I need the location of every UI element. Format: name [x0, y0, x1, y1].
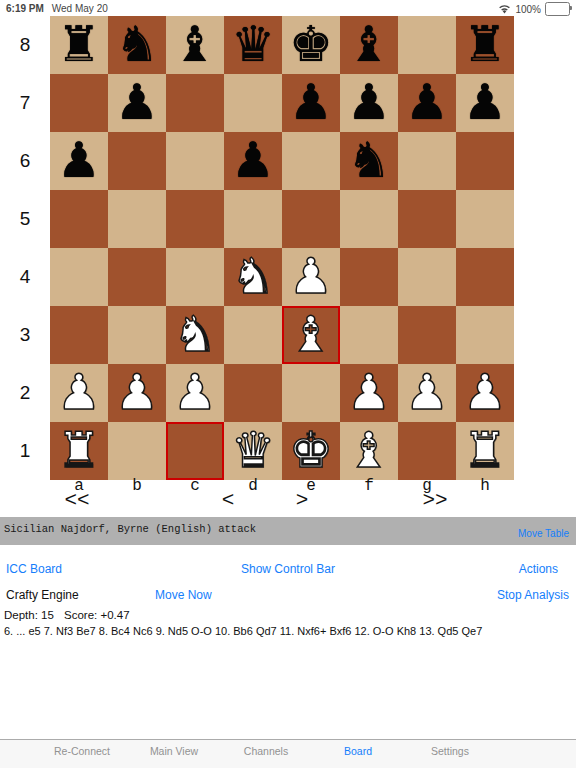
- depth-label: Depth: 15: [4, 609, 54, 621]
- square-g8[interactable]: [398, 16, 456, 74]
- black-knight-b8: ♞: [115, 16, 159, 74]
- square-e6[interactable]: [282, 132, 340, 190]
- square-g7[interactable]: ♟: [398, 74, 456, 132]
- white-pawn-f2: ♟: [347, 364, 391, 422]
- square-a1[interactable]: ♜: [50, 422, 108, 480]
- square-c7[interactable]: [166, 74, 224, 132]
- tab-board[interactable]: Board: [312, 745, 404, 757]
- last-move-button[interactable]: >>: [422, 492, 447, 509]
- status-time-date: 6:19 PMWed May 20: [6, 3, 108, 14]
- square-b7[interactable]: ♟: [108, 74, 166, 132]
- rank-label-4: 4: [0, 248, 50, 306]
- square-f8[interactable]: ♝: [340, 16, 398, 74]
- tab-re-connect[interactable]: Re-Connect: [36, 745, 128, 757]
- square-e2[interactable]: [282, 364, 340, 422]
- square-g3[interactable]: [398, 306, 456, 364]
- black-rook-a8: ♜: [57, 16, 101, 74]
- white-knight-d4: ♞: [231, 248, 275, 306]
- engine-name-label: Crafty Engine: [6, 588, 79, 602]
- square-d2[interactable]: [224, 364, 282, 422]
- rank-label-7: 7: [0, 74, 50, 132]
- square-b6[interactable]: [108, 132, 166, 190]
- chess-app-screen: 6:19 PMWed May 20 100% 87654321 ♜♞♝♛♚♝♜♟…: [0, 0, 576, 768]
- first-move-button[interactable]: <<: [64, 492, 89, 509]
- square-f2[interactable]: ♟: [340, 364, 398, 422]
- rank-label-2: 2: [0, 364, 50, 422]
- square-a2[interactable]: ♟: [50, 364, 108, 422]
- square-c5[interactable]: [166, 190, 224, 248]
- square-d6[interactable]: ♟: [224, 132, 282, 190]
- white-pawn-h2: ♟: [463, 364, 507, 422]
- square-h1[interactable]: ♜: [456, 422, 514, 480]
- square-a4[interactable]: [50, 248, 108, 306]
- white-queen-d1: ♛: [231, 422, 275, 480]
- square-b1[interactable]: [108, 422, 166, 480]
- white-bishop-e3: ♝: [289, 306, 333, 364]
- white-pawn-b2: ♟: [115, 364, 159, 422]
- clock-date: Wed May 20: [52, 3, 108, 14]
- square-e8[interactable]: ♚: [282, 16, 340, 74]
- white-pawn-c2: ♟: [173, 364, 217, 422]
- square-h2[interactable]: ♟: [456, 364, 514, 422]
- white-rook-h1: ♜: [463, 422, 507, 480]
- tab-bar: Re-ConnectMain ViewChannelsBoardSettings: [0, 739, 576, 768]
- white-pawn-a2: ♟: [57, 364, 101, 422]
- square-e1[interactable]: ♚: [282, 422, 340, 480]
- square-a7[interactable]: [50, 74, 108, 132]
- move-now-button[interactable]: Move Now: [155, 588, 212, 602]
- status-bar: 6:19 PMWed May 20 100%: [0, 0, 576, 16]
- square-b8[interactable]: ♞: [108, 16, 166, 74]
- square-d7[interactable]: [224, 74, 282, 132]
- move-navigation: << < > >>: [0, 492, 576, 510]
- square-h5[interactable]: [456, 190, 514, 248]
- square-f1[interactable]: ♝: [340, 422, 398, 480]
- white-pawn-g2: ♟: [405, 364, 449, 422]
- square-a6[interactable]: ♟: [50, 132, 108, 190]
- opening-name-label: Sicilian Najdorf, Byrne (English) attack: [4, 523, 256, 535]
- square-f4[interactable]: [340, 248, 398, 306]
- tab-channels[interactable]: Channels: [220, 745, 312, 757]
- square-f5[interactable]: [340, 190, 398, 248]
- square-d1[interactable]: ♛: [224, 422, 282, 480]
- black-bishop-c8: ♝: [173, 16, 217, 74]
- previous-move-button[interactable]: <: [222, 492, 235, 509]
- square-c4[interactable]: [166, 248, 224, 306]
- square-h7[interactable]: ♟: [456, 74, 514, 132]
- square-e7[interactable]: ♟: [282, 74, 340, 132]
- rank-label-1: 1: [0, 422, 50, 480]
- black-pawn-b7: ♟: [115, 74, 159, 132]
- tab-items: Re-ConnectMain ViewChannelsBoardSettings: [36, 745, 496, 757]
- white-rook-a1: ♜: [57, 422, 101, 480]
- black-pawn-h7: ♟: [463, 74, 507, 132]
- black-pawn-d6: ♟: [231, 132, 275, 190]
- square-e3[interactable]: ♝: [282, 306, 340, 364]
- black-pawn-f7: ♟: [347, 74, 391, 132]
- rank-label-8: 8: [0, 16, 50, 74]
- square-b2[interactable]: ♟: [108, 364, 166, 422]
- square-f7[interactable]: ♟: [340, 74, 398, 132]
- rank-labels: 87654321: [0, 16, 50, 480]
- square-b4[interactable]: [108, 248, 166, 306]
- square-c6[interactable]: [166, 132, 224, 190]
- square-a8[interactable]: ♜: [50, 16, 108, 74]
- square-h6[interactable]: [456, 132, 514, 190]
- black-king-e8: ♚: [289, 16, 333, 74]
- black-queen-d8: ♛: [231, 16, 275, 74]
- square-c3[interactable]: ♞: [166, 306, 224, 364]
- analysis-line: 6. ... e5 7. Nf3 Be7 8. Bc4 Nc6 9. Nd5 O…: [4, 625, 572, 637]
- stop-analysis-button[interactable]: Stop Analysis: [497, 588, 569, 602]
- square-h8[interactable]: ♜: [456, 16, 514, 74]
- chess-board: ♜♞♝♛♚♝♜♟♟♟♟♟♟♟♞♞♟♞♝♟♟♟♟♟♟♜♛♚♝♜: [50, 16, 514, 480]
- black-pawn-g7: ♟: [405, 74, 449, 132]
- wifi-icon: [498, 4, 511, 14]
- rank-label-3: 3: [0, 306, 50, 364]
- square-d3[interactable]: [224, 306, 282, 364]
- rank-label-6: 6: [0, 132, 50, 190]
- black-knight-f6: ♞: [347, 132, 391, 190]
- square-a3[interactable]: [50, 306, 108, 364]
- square-g5[interactable]: [398, 190, 456, 248]
- white-bishop-f1: ♝: [347, 422, 391, 480]
- show-control-bar-button[interactable]: Show Control Bar: [0, 562, 576, 576]
- black-pawn-e7: ♟: [289, 74, 333, 132]
- square-g4[interactable]: [398, 248, 456, 306]
- opening-bar: Sicilian Najdorf, Byrne (English) attack…: [0, 517, 576, 545]
- score-label: Score: +0.47: [64, 609, 130, 621]
- black-bishop-f8: ♝: [347, 16, 391, 74]
- engine-controls-row: Crafty Engine Move Now Stop Analysis: [0, 588, 576, 604]
- square-g2[interactable]: ♟: [398, 364, 456, 422]
- square-d5[interactable]: [224, 190, 282, 248]
- square-b5[interactable]: [108, 190, 166, 248]
- white-pawn-e4: ♟: [289, 248, 333, 306]
- square-c2[interactable]: ♟: [166, 364, 224, 422]
- battery-percent-label: 100%: [515, 4, 541, 15]
- tab-main-view[interactable]: Main View: [128, 745, 220, 757]
- square-c8[interactable]: ♝: [166, 16, 224, 74]
- tab-settings[interactable]: Settings: [404, 745, 496, 757]
- square-h4[interactable]: [456, 248, 514, 306]
- rank-label-5: 5: [0, 190, 50, 248]
- actions-button[interactable]: Actions: [519, 562, 558, 576]
- white-king-e1: ♚: [289, 422, 333, 480]
- square-d4[interactable]: ♞: [224, 248, 282, 306]
- square-e4[interactable]: ♟: [282, 248, 340, 306]
- square-a5[interactable]: [50, 190, 108, 248]
- square-g1[interactable]: [398, 422, 456, 480]
- square-d8[interactable]: ♛: [224, 16, 282, 74]
- battery-full-icon: [545, 2, 570, 16]
- black-pawn-a6: ♟: [57, 132, 101, 190]
- square-g6[interactable]: [398, 132, 456, 190]
- square-b3[interactable]: [108, 306, 166, 364]
- square-e5[interactable]: [282, 190, 340, 248]
- white-knight-c3: ♞: [173, 306, 217, 364]
- move-table-button[interactable]: Move Table: [518, 528, 569, 539]
- clock-time: 6:19 PM: [6, 3, 44, 14]
- board-controls-row: ICC Board Show Control Bar Actions: [0, 562, 576, 578]
- next-move-button[interactable]: >: [296, 492, 309, 509]
- square-f6[interactable]: ♞: [340, 132, 398, 190]
- black-rook-h8: ♜: [463, 16, 507, 74]
- square-h3[interactable]: [456, 306, 514, 364]
- square-c1[interactable]: [166, 422, 224, 480]
- status-indicators: 100%: [498, 2, 570, 16]
- square-f3[interactable]: [340, 306, 398, 364]
